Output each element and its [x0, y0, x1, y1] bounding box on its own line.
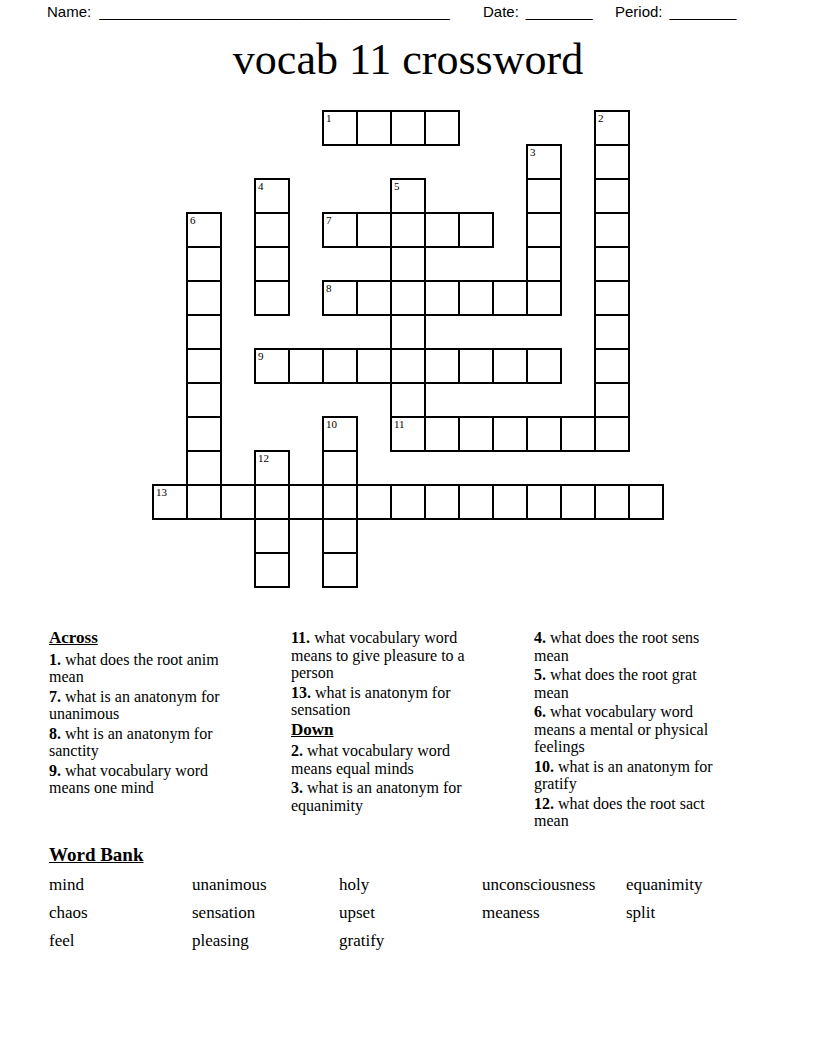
clue-column-2: 11. what vocabulary word means to give p…: [291, 629, 487, 816]
clue-number-label: 4.: [534, 629, 546, 646]
grid-cell-r4c3[interactable]: [254, 246, 290, 282]
grid-cell-r13c5[interactable]: [322, 552, 358, 588]
grid-cell-r5c11[interactable]: [526, 280, 562, 316]
grid-cell-r0c13[interactable]: 2: [594, 110, 630, 146]
word-bank-word-feel: feel: [49, 931, 192, 959]
across-heading: Across: [49, 629, 239, 647]
word-bank-word-gratify: gratify: [339, 931, 482, 959]
cell-number-10: 10: [326, 418, 337, 431]
grid-cell-r9c13[interactable]: [594, 416, 630, 452]
grid-cell-r4c11[interactable]: [526, 246, 562, 282]
down-heading: Down: [291, 721, 487, 739]
word-bank-word-sensation: sensation: [192, 903, 339, 931]
cell-number-7: 7: [326, 214, 332, 227]
clue-number-label: 10.: [534, 758, 554, 775]
grid-cell-r4c13[interactable]: [594, 246, 630, 282]
clue-10: 10. what is an anatonym for gratify: [534, 758, 734, 793]
grid-cell-r9c10[interactable]: [492, 416, 528, 452]
grid-cell-r9c5[interactable]: 10: [322, 416, 358, 452]
grid-cell-r3c1[interactable]: 6: [186, 212, 222, 248]
word-bank-word-chaos: chaos: [49, 903, 192, 931]
clue-13: 13. what is anatonym for sensation: [291, 684, 487, 719]
clue-4: 4. what does the root sens mean: [534, 629, 734, 664]
grid-cell-r3c5[interactable]: 7: [322, 212, 358, 248]
grid-cell-r2c13[interactable]: [594, 178, 630, 214]
grid-cell-r0c7[interactable]: [390, 110, 426, 146]
word-bank-word-unconsciousness: unconsciousness: [482, 875, 626, 903]
clue-number-label: 3.: [291, 779, 303, 796]
grid-cell-r3c11[interactable]: [526, 212, 562, 248]
word-bank-list: mindunanimousholyunconsciousnessequanimi…: [49, 875, 789, 959]
grid-cell-r7c8[interactable]: [424, 348, 460, 384]
date-label: Date:: [483, 3, 519, 20]
clue-3: 3. what is an anatonym for equanimity: [291, 779, 487, 814]
word-bank-empty-slot: [626, 931, 789, 959]
word-bank-section: Word Bank mindunanimousholyunconsciousne…: [49, 844, 789, 959]
grid-cell-r7c7[interactable]: [390, 348, 426, 384]
period-field: Period:________: [615, 2, 736, 21]
clue-number-label: 6.: [534, 703, 546, 720]
cell-number-6: 6: [190, 214, 196, 227]
grid-cell-r5c1[interactable]: [186, 280, 222, 316]
grid-cell-r7c10[interactable]: [492, 348, 528, 384]
grid-cell-r12c5[interactable]: [322, 518, 358, 554]
grid-cell-r11c10[interactable]: [492, 484, 528, 520]
cell-number-11: 11: [394, 418, 405, 431]
cell-number-12: 12: [258, 452, 269, 465]
cell-number-4: 4: [258, 180, 264, 193]
grid-cell-r9c8[interactable]: [424, 416, 460, 452]
grid-cell-r7c6[interactable]: [356, 348, 392, 384]
clue-number-label: 1.: [49, 651, 61, 668]
grid-cell-r1c11[interactable]: 3: [526, 144, 562, 180]
clue-9: 9. what vocabulary word means one mind: [49, 762, 239, 797]
cell-number-8: 8: [326, 282, 332, 295]
grid-cell-r7c1[interactable]: [186, 348, 222, 384]
cell-number-3: 3: [530, 146, 536, 159]
clue-2: 2. what vocabulary word means equal mind…: [291, 742, 487, 777]
grid-cell-r11c8[interactable]: [424, 484, 460, 520]
grid-cell-r5c7[interactable]: [390, 280, 426, 316]
word-bank-word-equanimity: equanimity: [626, 875, 789, 903]
grid-cell-r5c10[interactable]: [492, 280, 528, 316]
word-bank-word-mind: mind: [49, 875, 192, 903]
grid-cell-r7c13[interactable]: [594, 348, 630, 384]
clue-11: 11. what vocabulary word means to give p…: [291, 629, 487, 682]
grid-cell-r11c9[interactable]: [458, 484, 494, 520]
grid-cell-r2c3[interactable]: 4: [254, 178, 290, 214]
grid-cell-r11c4[interactable]: [288, 484, 324, 520]
grid-cell-r7c5[interactable]: [322, 348, 358, 384]
word-bank-word-split: split: [626, 903, 789, 931]
grid-cell-r6c13[interactable]: [594, 314, 630, 350]
clue-1: 1. what does the root anim mean: [49, 651, 239, 686]
grid-cell-r3c3[interactable]: [254, 212, 290, 248]
grid-cell-r8c13[interactable]: [594, 382, 630, 418]
date-field: Date:________: [483, 2, 593, 21]
grid-cell-r11c11[interactable]: [526, 484, 562, 520]
cell-number-13: 13: [156, 486, 167, 499]
clue-column-3: 4. what does the root sens mean5. what d…: [534, 629, 734, 832]
grid-cell-r0c8[interactable]: [424, 110, 460, 146]
grid-cell-r11c6[interactable]: [356, 484, 392, 520]
grid-cell-r11c5[interactable]: [322, 484, 358, 520]
clue-6: 6. what vocabulary word means a mental o…: [534, 703, 734, 756]
grid-cell-r5c3[interactable]: [254, 280, 290, 316]
grid-cell-r3c9[interactable]: [458, 212, 494, 248]
clue-number-label: 8.: [49, 725, 61, 742]
grid-cell-r13c3[interactable]: [254, 552, 290, 588]
grid-cell-r8c7[interactable]: [390, 382, 426, 418]
name-label: Name:: [47, 3, 91, 20]
grid-cell-r9c1[interactable]: [186, 416, 222, 452]
word-bank-word-pleasing: pleasing: [192, 931, 339, 959]
date-blank-line[interactable]: ________: [526, 3, 593, 20]
clue-number-label: 12.: [534, 795, 554, 812]
clue-8: 8. wht is an anatonym for sanctity: [49, 725, 239, 760]
cell-number-5: 5: [394, 180, 400, 193]
name-blank-line[interactable]: ________________________________________…: [99, 3, 449, 20]
grid-cell-r11c2[interactable]: [220, 484, 256, 520]
clue-number-label: 7.: [49, 688, 61, 705]
worksheet-page: Name:___________________________________…: [0, 0, 816, 1056]
clue-5: 5. what does the root grat mean: [534, 666, 734, 701]
period-label: Period:: [615, 3, 663, 20]
grid-cell-r12c3[interactable]: [254, 518, 290, 554]
grid-cell-r0c5[interactable]: 1: [322, 110, 358, 146]
grid-cell-r10c3[interactable]: 12: [254, 450, 290, 486]
grid-cell-r1c13[interactable]: [594, 144, 630, 180]
grid-cell-r3c8[interactable]: [424, 212, 460, 248]
grid-cell-r10c1[interactable]: [186, 450, 222, 486]
grid-cell-r5c5[interactable]: 8: [322, 280, 358, 316]
grid-cell-r9c9[interactable]: [458, 416, 494, 452]
grid-cell-r4c1[interactable]: [186, 246, 222, 282]
grid-cell-r3c13[interactable]: [594, 212, 630, 248]
grid-cell-r3c6[interactable]: [356, 212, 392, 248]
crossword-grid: 12345678910111213: [152, 110, 666, 590]
grid-cell-r11c7[interactable]: [390, 484, 426, 520]
word-bank-word-holy: holy: [339, 875, 482, 903]
word-bank-word-upset: upset: [339, 903, 482, 931]
grid-cell-r4c7[interactable]: [390, 246, 426, 282]
grid-cell-r7c4[interactable]: [288, 348, 324, 384]
grid-cell-r7c9[interactable]: [458, 348, 494, 384]
grid-cell-r5c9[interactable]: [458, 280, 494, 316]
grid-cell-r0c6[interactable]: [356, 110, 392, 146]
grid-cell-r7c11[interactable]: [526, 348, 562, 384]
grid-cell-r8c1[interactable]: [186, 382, 222, 418]
grid-cell-r9c12[interactable]: [560, 416, 596, 452]
period-blank-line[interactable]: ________: [670, 3, 737, 20]
grid-cell-r7c3[interactable]: 9: [254, 348, 290, 384]
grid-cell-r11c1[interactable]: [186, 484, 222, 520]
grid-cell-r2c11[interactable]: [526, 178, 562, 214]
grid-cell-r11c3[interactable]: [254, 484, 290, 520]
clue-12: 12. what does the root sact mean: [534, 795, 734, 830]
grid-cell-r2c7[interactable]: 5: [390, 178, 426, 214]
grid-cell-r9c11[interactable]: [526, 416, 562, 452]
clue-number-label: 13.: [291, 684, 311, 701]
grid-cell-r3c7[interactable]: [390, 212, 426, 248]
clue-number-label: 9.: [49, 762, 61, 779]
clue-number-label: 2.: [291, 742, 303, 759]
cell-number-9: 9: [258, 350, 264, 363]
grid-cell-r9c7[interactable]: 11: [390, 416, 426, 452]
clue-number-label: 11.: [291, 629, 310, 646]
word-bank-empty-slot: [482, 931, 626, 959]
clue-number-label: 5.: [534, 666, 546, 683]
grid-cell-r11c13[interactable]: [594, 484, 630, 520]
puzzle-title: vocab 11 crossword: [0, 34, 816, 86]
grid-cell-r10c5[interactable]: [322, 450, 358, 486]
clue-column-1: Across1. what does the root anim mean7. …: [49, 629, 239, 799]
cell-number-1: 1: [326, 112, 332, 125]
grid-cell-r5c6[interactable]: [356, 280, 392, 316]
grid-cell-r5c13[interactable]: [594, 280, 630, 316]
word-bank-heading: Word Bank: [49, 844, 789, 866]
grid-cell-r11c12[interactable]: [560, 484, 596, 520]
grid-cell-r5c8[interactable]: [424, 280, 460, 316]
name-field: Name:___________________________________…: [47, 2, 450, 21]
word-bank-word-meaness: meaness: [482, 903, 626, 931]
clue-7: 7. what is an anatonym for unanimous: [49, 688, 239, 723]
grid-cell-r11c0[interactable]: 13: [152, 484, 188, 520]
word-bank-word-unanimous: unanimous: [192, 875, 339, 903]
grid-cell-r6c1[interactable]: [186, 314, 222, 350]
cell-number-2: 2: [598, 112, 604, 125]
grid-cell-r11c14[interactable]: [628, 484, 664, 520]
grid-cell-r6c7[interactable]: [390, 314, 426, 350]
